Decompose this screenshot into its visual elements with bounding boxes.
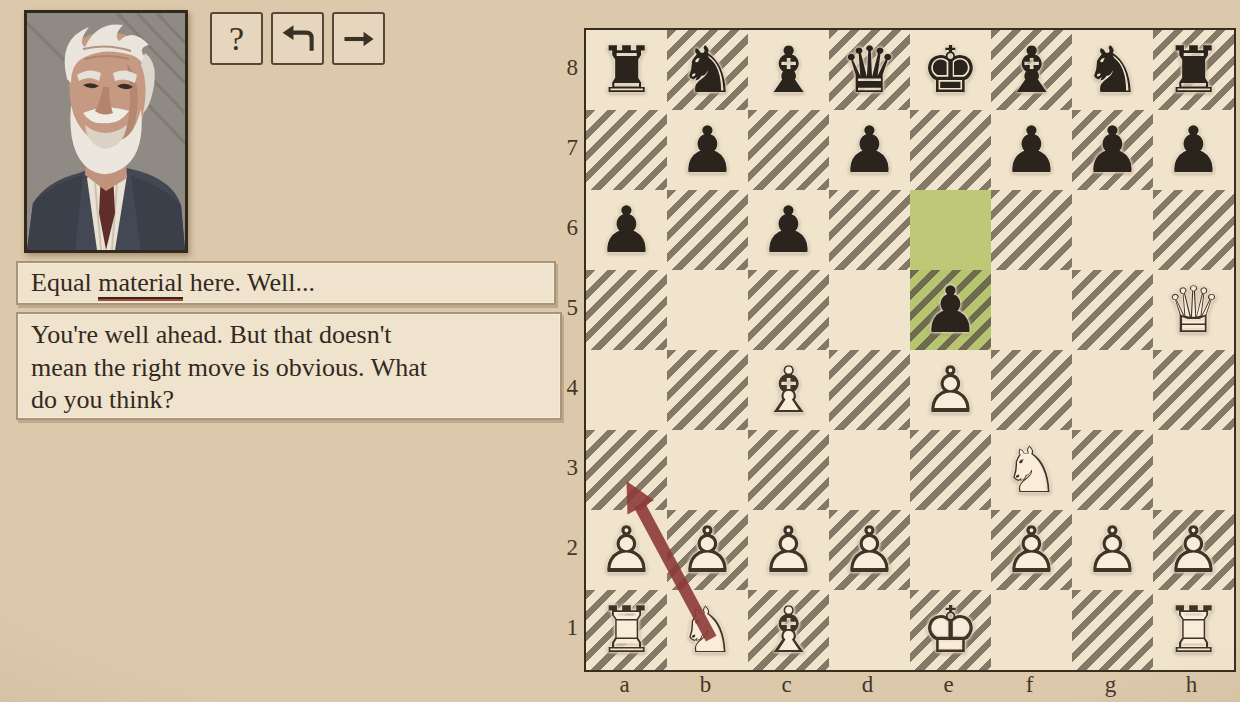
square-f4[interactable] [991,350,1072,430]
piece-black-rook[interactable]: ♜ [1153,30,1234,110]
rank-label-5: 5 [548,268,578,348]
piece-white-king[interactable]: ♚♔ [910,590,991,670]
piece-glyph: ♜ [1153,30,1234,110]
square-h8[interactable]: ♜ [1153,30,1234,110]
square-d4[interactable] [829,350,910,430]
piece-glyph-outline: ♙ [667,510,748,590]
piece-white-pawn[interactable]: ♟♙ [586,510,667,590]
piece-glyph-outline: ♘ [991,430,1072,510]
piece-glyph: ♟ [1153,110,1234,190]
piece-glyph: ♚ [910,30,991,110]
piece-glyph: ♜ [586,30,667,110]
chess-board[interactable]: ♜♞♝♛♚♝♞♜♟♟♟♟♟♟♟♟♛♕♝♗♟♙♞♘♟♙♟♙♟♙♟♙♟♙♟♙♟♙♜♖… [584,28,1236,672]
square-b4[interactable] [667,350,748,430]
piece-glyph: ♝ [748,30,829,110]
square-g6[interactable] [1072,190,1153,270]
file-label-c: c [746,672,827,698]
mentor-portrait-art [27,13,185,250]
square-f8[interactable]: ♝ [991,30,1072,110]
piece-black-pawn[interactable]: ♟ [1153,110,1234,190]
square-d5[interactable] [829,270,910,350]
piece-black-rook[interactable]: ♜ [586,30,667,110]
piece-glyph-outline: ♘ [667,590,748,670]
next-button[interactable] [332,12,385,65]
rank-label-1: 1 [548,588,578,668]
file-label-e: e [908,672,989,698]
piece-white-bishop[interactable]: ♝♗ [748,350,829,430]
piece-white-bishop[interactable]: ♝♗ [748,590,829,670]
square-d2[interactable]: ♟♙ [829,510,910,590]
square-h3[interactable] [1153,430,1234,510]
square-g1[interactable] [1072,590,1153,670]
square-a6[interactable]: ♟ [586,190,667,270]
square-b3[interactable] [667,430,748,510]
square-h1[interactable]: ♜♖ [1153,590,1234,670]
square-g2[interactable]: ♟♙ [1072,510,1153,590]
rank-label-2: 2 [548,508,578,588]
square-b5[interactable] [667,270,748,350]
piece-glyph: ♞ [1072,30,1153,110]
square-a2[interactable]: ♟♙ [586,510,667,590]
piece-black-pawn[interactable]: ♟ [586,190,667,270]
square-b7[interactable]: ♟ [667,110,748,190]
piece-glyph: ♞ [667,30,748,110]
square-a4[interactable] [586,350,667,430]
help-button[interactable]: ? [210,12,263,65]
square-c8[interactable]: ♝ [748,30,829,110]
square-a1[interactable]: ♜♖ [586,590,667,670]
piece-glyph: ♟ [1072,110,1153,190]
dialogue-line: mean the right move is obvious. What [31,352,547,385]
piece-glyph-outline: ♙ [991,510,1072,590]
square-h6[interactable] [1153,190,1234,270]
square-e1[interactable]: ♚♔ [910,590,991,670]
rank-label-3: 3 [548,428,578,508]
piece-glyph: ♟ [910,270,991,350]
underlined-word[interactable]: material [98,268,183,299]
piece-glyph: ♟ [667,110,748,190]
square-a8[interactable]: ♜ [586,30,667,110]
piece-white-pawn[interactable]: ♟♙ [1153,510,1234,590]
square-c6[interactable]: ♟ [748,190,829,270]
dialogue-line: do you think? [31,384,547,417]
rank-label-8: 8 [548,28,578,108]
square-g7[interactable]: ♟ [1072,110,1153,190]
square-f7[interactable]: ♟ [991,110,1072,190]
square-g4[interactable] [1072,350,1153,430]
square-f6[interactable] [991,190,1072,270]
square-e4[interactable]: ♟♙ [910,350,991,430]
piece-white-knight[interactable]: ♞♘ [667,590,748,670]
square-h7[interactable]: ♟ [1153,110,1234,190]
piece-black-knight[interactable]: ♞ [667,30,748,110]
file-label-b: b [665,672,746,698]
piece-white-pawn[interactable]: ♟♙ [1072,510,1153,590]
square-c7[interactable] [748,110,829,190]
piece-black-pawn[interactable]: ♟ [1072,110,1153,190]
square-e3[interactable] [910,430,991,510]
piece-glyph-outline: ♔ [910,590,991,670]
piece-black-bishop[interactable]: ♝ [748,30,829,110]
square-g3[interactable] [1072,430,1153,510]
square-d3[interactable] [829,430,910,510]
rank-label-7: 7 [548,108,578,188]
file-label-d: d [827,672,908,698]
square-e5[interactable]: ♟ [910,270,991,350]
piece-glyph: ♟ [991,110,1072,190]
piece-glyph: ♟ [829,110,910,190]
piece-white-pawn[interactable]: ♟♙ [829,510,910,590]
piece-white-knight[interactable]: ♞♘ [991,430,1072,510]
piece-white-pawn[interactable]: ♟♙ [991,510,1072,590]
piece-glyph-outline: ♖ [586,590,667,670]
square-d6[interactable] [829,190,910,270]
mentor-portrait [24,10,188,253]
square-d1[interactable] [829,590,910,670]
piece-glyph-outline: ♗ [748,590,829,670]
piece-glyph: ♟ [748,190,829,270]
piece-black-bishop[interactable]: ♝ [991,30,1072,110]
piece-black-queen[interactable]: ♛ [829,30,910,110]
rank-label-4: 4 [548,348,578,428]
square-b1[interactable]: ♞♘ [667,590,748,670]
piece-glyph: ♝ [991,30,1072,110]
piece-glyph-outline: ♙ [748,510,829,590]
piece-black-pawn[interactable]: ♟ [910,270,991,350]
dialogue-box-1: Equal material here. Well... [16,261,556,305]
piece-glyph-outline: ♙ [586,510,667,590]
square-b6[interactable] [667,190,748,270]
square-f5[interactable] [991,270,1072,350]
square-a5[interactable] [586,270,667,350]
piece-black-pawn[interactable]: ♟ [667,110,748,190]
square-e7[interactable] [910,110,991,190]
piece-glyph-outline: ♙ [829,510,910,590]
undo-arrow-icon [278,19,318,59]
square-a3[interactable] [586,430,667,510]
undo-button[interactable] [271,12,324,65]
square-c1[interactable]: ♝♗ [748,590,829,670]
square-c5[interactable] [748,270,829,350]
square-h2[interactable]: ♟♙ [1153,510,1234,590]
square-h4[interactable] [1153,350,1234,430]
file-label-h: h [1151,672,1232,698]
dialogue-box-2: You're well ahead. But that doesn't mean… [16,312,562,420]
square-b8[interactable]: ♞ [667,30,748,110]
piece-glyph-outline: ♕ [1153,270,1234,350]
piece-black-pawn[interactable]: ♟ [829,110,910,190]
rank-label-6: 6 [548,188,578,268]
square-a7[interactable] [586,110,667,190]
square-c4[interactable]: ♝♗ [748,350,829,430]
piece-glyph: ♛ [829,30,910,110]
square-g8[interactable]: ♞ [1072,30,1153,110]
square-f3[interactable]: ♞♘ [991,430,1072,510]
square-d7[interactable]: ♟ [829,110,910,190]
piece-white-pawn[interactable]: ♟♙ [910,350,991,430]
square-f1[interactable] [991,590,1072,670]
piece-black-king[interactable]: ♚ [910,30,991,110]
piece-black-pawn[interactable]: ♟ [991,110,1072,190]
square-c2[interactable]: ♟♙ [748,510,829,590]
dialogue-line: You're well ahead. But that doesn't [31,319,547,352]
file-label-f: f [989,672,1070,698]
piece-glyph-outline: ♖ [1153,590,1234,670]
piece-glyph-outline: ♙ [1153,510,1234,590]
piece-black-knight[interactable]: ♞ [1072,30,1153,110]
piece-glyph: ♟ [586,190,667,270]
piece-white-pawn[interactable]: ♟♙ [667,510,748,590]
square-g5[interactable] [1072,270,1153,350]
piece-glyph-outline: ♗ [748,350,829,430]
square-b2[interactable]: ♟♙ [667,510,748,590]
question-mark-icon: ? [229,22,244,56]
square-d8[interactable]: ♛ [829,30,910,110]
piece-white-queen[interactable]: ♛♕ [1153,270,1234,350]
square-e6[interactable] [910,190,991,270]
square-h5[interactable]: ♛♕ [1153,270,1234,350]
piece-white-rook[interactable]: ♜♖ [586,590,667,670]
square-e8[interactable]: ♚ [910,30,991,110]
piece-white-pawn[interactable]: ♟♙ [748,510,829,590]
square-c3[interactable] [748,430,829,510]
file-label-a: a [584,672,665,698]
piece-white-rook[interactable]: ♜♖ [1153,590,1234,670]
square-e2[interactable] [910,510,991,590]
piece-glyph-outline: ♙ [1072,510,1153,590]
square-f2[interactable]: ♟♙ [991,510,1072,590]
piece-glyph-outline: ♙ [910,350,991,430]
right-arrow-icon [339,19,379,59]
file-label-g: g [1070,672,1151,698]
dialogue-text: Equal material here. Well... [31,268,315,299]
piece-black-pawn[interactable]: ♟ [748,190,829,270]
